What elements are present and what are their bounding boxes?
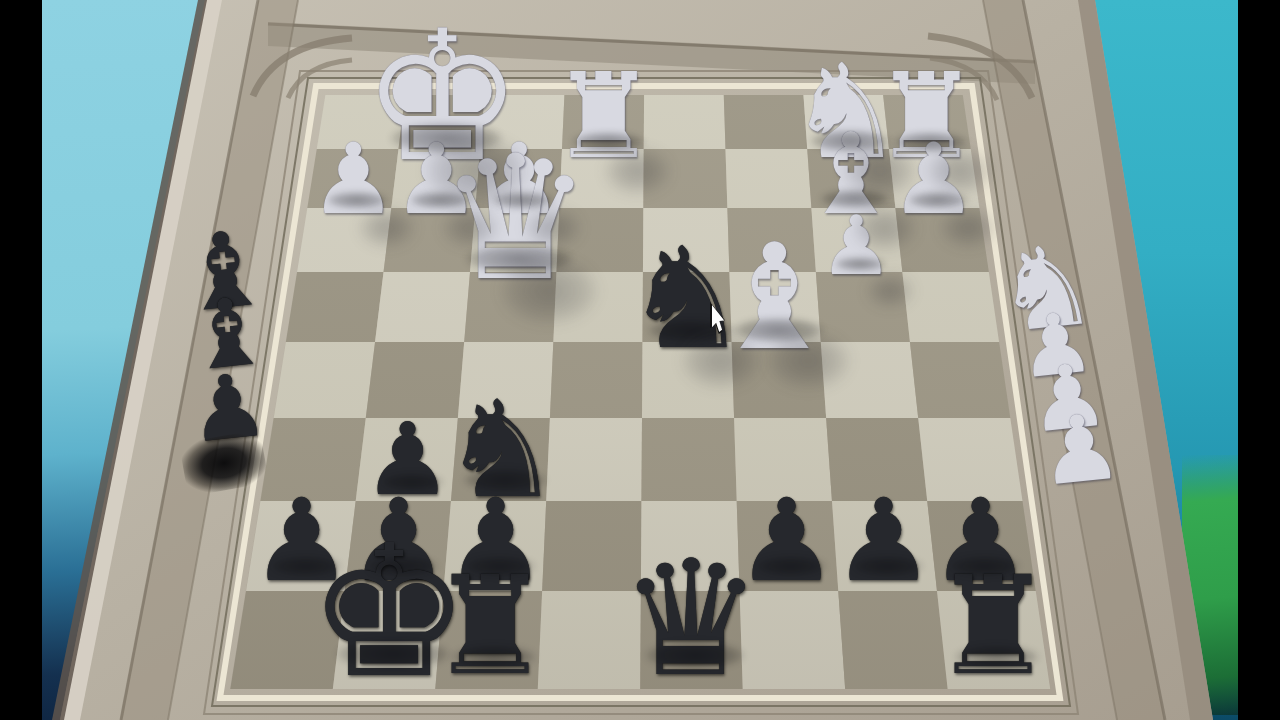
black-rook-a8[interactable]: ♜ — [932, 558, 1054, 694]
black-rook-f8[interactable]: ♜ — [429, 558, 551, 694]
chess-titans-window: ♚♜♞♜♟♟♟♝♟♛♟♞♝♟♞♟♟♟♟♟♟♚♜♛♜♝♝♟♞♟♟♟ — [0, 0, 1280, 720]
black-pawn-b7[interactable]: ♟ — [833, 484, 935, 598]
pieces-layer: ♚♜♞♜♟♟♟♝♟♛♟♞♝♟♞♟♟♟♟♟♟♚♜♛♜♝♝♟♞♟♟♟ — [0, 0, 1280, 720]
captured-white-pawn: ♟ — [1034, 400, 1126, 500]
black-bar-right — [1238, 0, 1280, 720]
black-bar-left — [0, 0, 42, 720]
black-queen-d8[interactable]: ♛ — [619, 539, 762, 699]
